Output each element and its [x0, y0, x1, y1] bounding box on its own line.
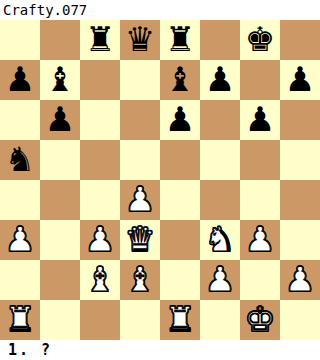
piece-black-bishop[interactable]: ♝ [45, 60, 75, 99]
square-f2[interactable]: ♟ [200, 260, 240, 300]
piece-white-knight[interactable]: ♞ [205, 220, 235, 259]
square-d5[interactable] [120, 140, 160, 180]
square-e3[interactable] [160, 220, 200, 260]
square-d4[interactable]: ♟ [120, 180, 160, 220]
square-h8[interactable] [280, 20, 320, 60]
square-d2[interactable]: ♝ [120, 260, 160, 300]
square-g7[interactable] [240, 60, 280, 100]
square-a4[interactable] [0, 180, 40, 220]
square-a8[interactable] [0, 20, 40, 60]
square-c4[interactable] [80, 180, 120, 220]
piece-black-rook[interactable]: ♜ [165, 20, 195, 59]
square-f3[interactable]: ♞ [200, 220, 240, 260]
piece-black-pawn[interactable]: ♟ [45, 100, 75, 139]
piece-black-pawn[interactable]: ♟ [165, 100, 195, 139]
piece-white-bishop[interactable]: ♝ [85, 260, 115, 299]
square-d3[interactable]: ♛ [120, 220, 160, 260]
piece-white-rook[interactable]: ♜ [165, 300, 195, 339]
square-e8[interactable]: ♜ [160, 20, 200, 60]
square-c6[interactable] [80, 100, 120, 140]
piece-white-king[interactable]: ♚ [245, 300, 275, 339]
square-b7[interactable]: ♝ [40, 60, 80, 100]
square-h4[interactable] [280, 180, 320, 220]
piece-black-bishop[interactable]: ♝ [165, 60, 195, 99]
square-d6[interactable] [120, 100, 160, 140]
square-e7[interactable]: ♝ [160, 60, 200, 100]
square-a2[interactable] [0, 260, 40, 300]
piece-black-pawn[interactable]: ♟ [205, 60, 235, 99]
square-a1[interactable]: ♜ [0, 300, 40, 340]
square-d1[interactable] [120, 300, 160, 340]
square-b1[interactable] [40, 300, 80, 340]
window-title: Crafty.077 [0, 0, 320, 20]
square-g6[interactable]: ♟ [240, 100, 280, 140]
square-c8[interactable]: ♜ [80, 20, 120, 60]
square-a3[interactable]: ♟ [0, 220, 40, 260]
square-g3[interactable]: ♟ [240, 220, 280, 260]
square-f6[interactable] [200, 100, 240, 140]
square-g1[interactable]: ♚ [240, 300, 280, 340]
piece-white-pawn[interactable]: ♟ [5, 220, 35, 259]
square-e5[interactable] [160, 140, 200, 180]
piece-black-pawn[interactable]: ♟ [245, 100, 275, 139]
piece-black-knight[interactable]: ♞ [5, 140, 35, 179]
piece-white-bishop[interactable]: ♝ [125, 260, 155, 299]
square-g2[interactable] [240, 260, 280, 300]
piece-white-pawn[interactable]: ♟ [205, 260, 235, 299]
piece-white-pawn[interactable]: ♟ [245, 220, 275, 259]
square-f5[interactable] [200, 140, 240, 180]
square-a5[interactable]: ♞ [0, 140, 40, 180]
piece-black-pawn[interactable]: ♟ [285, 60, 315, 99]
square-f1[interactable] [200, 300, 240, 340]
square-h1[interactable] [280, 300, 320, 340]
square-c1[interactable] [80, 300, 120, 340]
square-f7[interactable]: ♟ [200, 60, 240, 100]
square-f4[interactable] [200, 180, 240, 220]
move-prompt: 1. ? [0, 340, 320, 360]
piece-black-queen[interactable]: ♛ [125, 20, 155, 59]
piece-white-rook[interactable]: ♜ [5, 300, 35, 339]
square-h7[interactable]: ♟ [280, 60, 320, 100]
square-g4[interactable] [240, 180, 280, 220]
square-a7[interactable]: ♟ [0, 60, 40, 100]
piece-black-rook[interactable]: ♜ [85, 20, 115, 59]
square-f8[interactable] [200, 20, 240, 60]
square-h2[interactable]: ♟ [280, 260, 320, 300]
square-a6[interactable] [0, 100, 40, 140]
piece-white-pawn[interactable]: ♟ [285, 260, 315, 299]
square-e1[interactable]: ♜ [160, 300, 200, 340]
square-e4[interactable] [160, 180, 200, 220]
square-b8[interactable] [40, 20, 80, 60]
piece-white-queen[interactable]: ♛ [125, 220, 155, 259]
square-b2[interactable] [40, 260, 80, 300]
piece-black-pawn[interactable]: ♟ [5, 60, 35, 99]
square-h5[interactable] [280, 140, 320, 180]
square-g5[interactable] [240, 140, 280, 180]
square-b4[interactable] [40, 180, 80, 220]
square-d7[interactable] [120, 60, 160, 100]
piece-black-king[interactable]: ♚ [245, 20, 275, 59]
square-g8[interactable]: ♚ [240, 20, 280, 60]
square-b3[interactable] [40, 220, 80, 260]
square-c7[interactable] [80, 60, 120, 100]
piece-white-pawn[interactable]: ♟ [125, 180, 155, 219]
square-c5[interactable] [80, 140, 120, 180]
square-c3[interactable]: ♟ [80, 220, 120, 260]
square-e6[interactable]: ♟ [160, 100, 200, 140]
piece-white-pawn[interactable]: ♟ [85, 220, 115, 259]
chess-board: ♜♛♜♚♟♝♝♟♟♟♟♟♞♟♟♟♛♞♟♝♝♟♟♜♜♚ [0, 20, 320, 340]
square-b6[interactable]: ♟ [40, 100, 80, 140]
square-b5[interactable] [40, 140, 80, 180]
square-d8[interactable]: ♛ [120, 20, 160, 60]
square-c2[interactable]: ♝ [80, 260, 120, 300]
square-h3[interactable] [280, 220, 320, 260]
square-h6[interactable] [280, 100, 320, 140]
square-e2[interactable] [160, 260, 200, 300]
